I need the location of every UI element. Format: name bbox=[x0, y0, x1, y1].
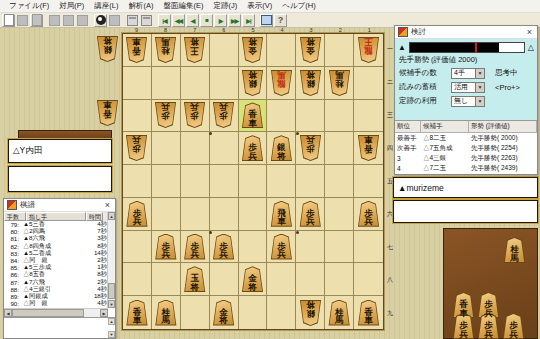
shogi-piece-歩: 歩兵 bbox=[299, 201, 322, 227]
kifu-column-header[interactable]: 手数 bbox=[4, 212, 26, 221]
clock-icon bbox=[96, 15, 106, 25]
evaluation-bar-black bbox=[410, 43, 499, 52]
shogi-piece-金: 金将 bbox=[299, 37, 322, 63]
board-cell-6-8[interactable] bbox=[210, 263, 239, 296]
scroll-up-icon[interactable]: ▲ bbox=[108, 212, 115, 220]
candidate-cell: 次善手 bbox=[395, 144, 421, 153]
board-cell-5-8[interactable]: 金将 bbox=[239, 263, 268, 296]
shogi-piece-桂: 桂馬 bbox=[328, 70, 351, 96]
move-number: 81: bbox=[4, 235, 19, 242]
kento-title: 検討 bbox=[411, 27, 525, 37]
board-cell-1-2[interactable] bbox=[354, 67, 383, 100]
scroll-down-icon[interactable]: ▼ bbox=[108, 300, 115, 308]
board-cell-3-6[interactable]: 歩兵 bbox=[296, 198, 325, 231]
main-area: 987654321 一二三四五六七八九 香車桂馬王将金将金将龍王銀将龍馬銀将桂馬… bbox=[0, 28, 540, 339]
board-cell-9-9[interactable]: 香車 bbox=[123, 296, 152, 329]
board-cell-9-8[interactable] bbox=[123, 263, 152, 296]
board-cell-5-2[interactable]: 銀将 bbox=[239, 67, 268, 100]
sente-player-name: ▲murizeme bbox=[393, 177, 538, 198]
menu-item[interactable]: ファイル(F) bbox=[4, 1, 54, 11]
sente-mark: ▲ bbox=[398, 43, 406, 52]
move-number: 89: bbox=[4, 293, 19, 300]
kifu-comment-box[interactable]: ▲ ▼ bbox=[4, 317, 115, 338]
candidate-table: 順位候補手形勢 (評価値) 最善手△8二玉先手勝勢( 2000)次善手△7五角成… bbox=[395, 120, 537, 174]
kento-window-icon bbox=[398, 27, 408, 37]
nav-back10-button[interactable]: ◀◀ bbox=[172, 14, 185, 27]
board-cell-8-1[interactable]: 桂馬 bbox=[152, 34, 181, 67]
open-icon bbox=[17, 15, 28, 26]
kifu-column-header[interactable]: 時間 bbox=[86, 212, 103, 221]
kento-titlebar[interactable]: 検討 × bbox=[395, 26, 537, 39]
shogi-piece-金: 金将 bbox=[212, 300, 235, 326]
kifu-move-list: 79:▲5三香4秒80:△2四馬7秒81:▲8六飛3秒82:△8四角成8秒83:… bbox=[4, 221, 108, 308]
tool-icon-4 bbox=[109, 15, 120, 26]
kifu-title: 棋譜 bbox=[20, 200, 103, 210]
nav-fwd10-button[interactable]: ▶▶ bbox=[228, 14, 241, 27]
board-cell-7-2[interactable] bbox=[181, 67, 210, 100]
board-cell-2-3[interactable] bbox=[325, 100, 354, 133]
nav-stop-button[interactable]: ■ bbox=[200, 14, 213, 27]
menu-item[interactable]: 対局(P) bbox=[54, 1, 89, 11]
shogi-piece-桂: 桂馬 bbox=[328, 300, 351, 326]
kento-window: 検討 × ▲ △ 先手勝勢 (評価値 2000) 候補手の数4手▼思考中読みの蓄… bbox=[394, 25, 538, 175]
nav-back10-icon: ◀◀ bbox=[175, 17, 182, 24]
nav-first-button[interactable]: |◀ bbox=[158, 14, 171, 27]
move-text: △同 銀 bbox=[19, 299, 90, 308]
shogi-piece-金: 金将 bbox=[241, 266, 264, 292]
shogi-piece-香: 香車 bbox=[125, 37, 148, 63]
sente-hand-piece-歩[interactable]: 歩兵 bbox=[502, 313, 525, 339]
kento-body: ▲ △ 先手勝勢 (評価値 2000) 候補手の数4手▼思考中読みの蓄積活用▼<… bbox=[395, 39, 537, 174]
move-time: 4秒 bbox=[90, 299, 108, 308]
kifu-move-row[interactable]: 90:△同 銀4秒 bbox=[4, 300, 108, 307]
shogi-piece-歩: 歩兵 bbox=[241, 135, 264, 161]
kifu-hscroll-thumb[interactable] bbox=[12, 309, 84, 317]
hoshi-dot bbox=[296, 231, 299, 234]
candidate-cell: 先手勝勢( 2439) bbox=[469, 164, 537, 173]
kento-close-icon[interactable]: × bbox=[525, 27, 534, 37]
shogi-piece-桂: 桂馬 bbox=[154, 300, 177, 326]
board-cell-1-9[interactable]: 香車 bbox=[354, 296, 383, 329]
comment-scroll-down-icon[interactable]: ▼ bbox=[108, 331, 115, 338]
new-file-button[interactable] bbox=[2, 14, 15, 27]
tool-button-1[interactable] bbox=[48, 14, 61, 27]
shogi-piece-玉: 玉将 bbox=[183, 266, 206, 292]
clock-button[interactable] bbox=[94, 14, 107, 27]
kento-control-row: 読みの蓄積活用▼<Pro+> bbox=[395, 80, 537, 94]
shogi-piece-香: 香車 bbox=[125, 300, 148, 326]
shogi-piece-歩: 歩兵 bbox=[183, 234, 206, 260]
kento-control-label: 読みの蓄積 bbox=[399, 82, 451, 92]
kento-dropdown[interactable]: 無し▼ bbox=[451, 96, 485, 107]
save-button[interactable] bbox=[30, 14, 43, 27]
menu-item[interactable]: 表示(V) bbox=[242, 1, 277, 11]
candidate-row[interactable]: 3△4三銀先手勝勢( 2263) bbox=[395, 153, 537, 163]
kifu-vertical-scrollbar[interactable]: ▲ ▼ bbox=[107, 212, 115, 308]
board-cell-4-1[interactable] bbox=[267, 34, 296, 67]
board-cell-9-2[interactable] bbox=[123, 67, 152, 100]
menu-item[interactable]: ヘルプ(H) bbox=[277, 1, 320, 11]
move-number: 79: bbox=[4, 221, 19, 228]
shogi-piece-銀: 銀将 bbox=[241, 70, 264, 96]
board-cell-8-9[interactable]: 桂馬 bbox=[152, 296, 181, 329]
menu-item[interactable]: 定跡(J) bbox=[208, 1, 242, 11]
shogi-piece-飛: 飛車 bbox=[270, 201, 293, 227]
tool-button-3[interactable] bbox=[76, 14, 89, 27]
candidate-row[interactable]: 4△7二玉先手勝勢( 2439) bbox=[395, 163, 537, 173]
candidate-row[interactable]: 次善手△7五角成先手勝勢( 2254) bbox=[395, 143, 537, 153]
shogi-piece-歩: 歩兵 bbox=[125, 201, 148, 227]
save-icon bbox=[32, 14, 42, 26]
board-cell-6-7[interactable]: 歩兵 bbox=[210, 231, 239, 264]
board-cell-3-1[interactable]: 金将 bbox=[296, 34, 325, 67]
nav-stop-icon: ■ bbox=[205, 17, 208, 23]
board-cell-2-6[interactable] bbox=[325, 198, 354, 231]
board-cell-7-5[interactable] bbox=[181, 165, 210, 198]
candidate-cell: △7五角成 bbox=[421, 144, 469, 153]
shogi-piece-馬: 龍馬 bbox=[270, 70, 293, 96]
move-number: 90: bbox=[4, 300, 19, 307]
window-layout-icon-1 bbox=[127, 15, 138, 26]
monitor-icon bbox=[261, 15, 272, 25]
board-cell-4-3[interactable] bbox=[267, 100, 296, 133]
board-cell-6-2[interactable] bbox=[210, 67, 239, 100]
candidate-cell: 4 bbox=[395, 165, 421, 172]
kento-control-row: 候補手の数4手▼思考中 bbox=[395, 66, 537, 80]
rank-label: 九 bbox=[385, 297, 395, 330]
candidate-cell: 先手勝勢( 2254) bbox=[469, 144, 537, 153]
board-cell-4-9[interactable] bbox=[267, 296, 296, 329]
candidate-cell: 先手勝勢( 2000) bbox=[469, 134, 537, 143]
sente-hand-piece-桂[interactable]: 桂馬 bbox=[503, 237, 526, 263]
hoshi-dot bbox=[209, 132, 212, 135]
shogi-piece-銀: 銀将 bbox=[299, 70, 322, 96]
chevron-down-icon[interactable]: ▼ bbox=[475, 83, 484, 92]
move-number: 82: bbox=[4, 243, 19, 250]
nav-forward-button[interactable]: ▶ bbox=[214, 14, 227, 27]
board-cell-6-5[interactable] bbox=[210, 165, 239, 198]
scroll-right-icon[interactable]: ▶ bbox=[100, 309, 108, 317]
board-cell-2-8[interactable] bbox=[325, 263, 354, 296]
kifu-window: 棋譜 × 手数指し手時間 79:▲5三香4秒80:△2四馬7秒81:▲8六飛3秒… bbox=[3, 198, 116, 339]
board-cell-2-4[interactable] bbox=[325, 132, 354, 165]
help-icon: ? bbox=[278, 15, 284, 25]
sente-hand-piece-歩[interactable]: 歩兵 bbox=[452, 313, 475, 339]
tool-icon-2 bbox=[63, 15, 74, 26]
dropdown-value: 活用 bbox=[452, 82, 475, 92]
menu-item[interactable]: 講座(L) bbox=[89, 1, 123, 11]
kifu-horizontal-scrollbar[interactable]: ◀ ▶ bbox=[4, 308, 108, 317]
chevron-down-icon[interactable]: ▼ bbox=[475, 69, 484, 78]
board-cell-8-4[interactable] bbox=[152, 132, 181, 165]
board-cell-6-1[interactable] bbox=[210, 34, 239, 67]
kento-control-row: 定跡の利用無し▼ bbox=[395, 94, 537, 108]
board-cell-4-7[interactable]: 歩兵 bbox=[267, 231, 296, 264]
move-number: 87: bbox=[4, 279, 19, 286]
shogi-piece-銀: 銀将 bbox=[270, 135, 293, 161]
gote-player-label: △Y内田 bbox=[13, 145, 42, 157]
board-cell-4-4[interactable]: 銀将 bbox=[267, 132, 296, 165]
nav-back-button[interactable]: ◀ bbox=[186, 14, 199, 27]
shogi-piece-香: 香車 bbox=[357, 135, 380, 161]
board-cell-7-1[interactable]: 王将 bbox=[181, 34, 210, 67]
shogi-piece-歩: 歩兵 bbox=[183, 102, 206, 128]
tool-icon-1 bbox=[49, 15, 60, 26]
board-cell-5-6[interactable] bbox=[239, 198, 268, 231]
dropdown-value: 無し bbox=[452, 96, 475, 106]
sente-time-box bbox=[393, 200, 538, 223]
board-cell-5-3[interactable]: 香車 bbox=[239, 100, 268, 133]
tool-button-4[interactable] bbox=[108, 14, 121, 27]
shogi-piece-歩: 歩兵 bbox=[299, 135, 322, 161]
move-number: 84: bbox=[4, 257, 19, 264]
board-cell-9-7[interactable] bbox=[123, 231, 152, 264]
scroll-left-icon[interactable]: ◀ bbox=[4, 309, 12, 317]
gote-hand-piece-銀[interactable]: 銀将 bbox=[96, 36, 119, 62]
tool-button-2[interactable] bbox=[62, 14, 75, 27]
board-cell-1-7[interactable] bbox=[354, 231, 383, 264]
kifu-window-icon bbox=[7, 200, 17, 210]
shogi-piece-龍: 龍王 bbox=[357, 37, 380, 63]
board-cell-5-9[interactable] bbox=[239, 296, 268, 329]
board-cell-6-3[interactable]: 歩兵 bbox=[210, 100, 239, 133]
shogi-piece-金: 金将 bbox=[241, 37, 264, 63]
window-layout-button-2[interactable] bbox=[140, 14, 153, 27]
board-cell-8-2[interactable] bbox=[152, 67, 181, 100]
kento-status-text: <Pro+> bbox=[495, 83, 520, 92]
sente-hand-piece-歩[interactable]: 歩兵 bbox=[477, 313, 500, 339]
board-cell-3-5[interactable] bbox=[296, 165, 325, 198]
board-cell-7-6[interactable] bbox=[181, 198, 210, 231]
board-cell-2-2[interactable]: 桂馬 bbox=[325, 67, 354, 100]
menu-item[interactable]: 解析(A) bbox=[123, 1, 158, 11]
board-cell-9-1[interactable]: 香車 bbox=[123, 34, 152, 67]
move-number: 85: bbox=[4, 264, 19, 271]
board-cell-3-9[interactable]: 銀将 bbox=[296, 296, 325, 329]
board-cell-7-9[interactable] bbox=[181, 296, 210, 329]
kento-control-label: 候補手の数 bbox=[399, 68, 451, 78]
hoshi-dot bbox=[296, 132, 299, 135]
board-cell-6-4[interactable] bbox=[210, 132, 239, 165]
board-cell-2-1[interactable] bbox=[325, 34, 354, 67]
shogi-piece-歩: 歩兵 bbox=[270, 234, 293, 260]
app-window: ファイル(F)対局(P)講座(L)解析(A)盤面編集(E)定跡(J)表示(V)ヘ… bbox=[0, 0, 540, 339]
board-cell-5-5[interactable] bbox=[239, 165, 268, 198]
shogi-piece-歩: 歩兵 bbox=[125, 135, 148, 161]
kento-control-label: 定跡の利用 bbox=[399, 96, 451, 106]
candidate-cell: 先手勝勢( 2263) bbox=[469, 154, 537, 163]
board-cell-8-8[interactable] bbox=[152, 263, 181, 296]
menu-bar: ファイル(F)対局(P)講座(L)解析(A)盤面編集(E)定跡(J)表示(V)ヘ… bbox=[0, 0, 540, 13]
kento-status-text: 思考中 bbox=[495, 68, 518, 78]
shogi-piece-香: 香車 bbox=[241, 102, 264, 128]
board-cell-9-6[interactable]: 歩兵 bbox=[123, 198, 152, 231]
kifu-column-header[interactable]: 指し手 bbox=[26, 212, 86, 221]
candidate-cell: △4三銀 bbox=[421, 154, 469, 163]
board-cell-9-3[interactable] bbox=[123, 100, 152, 133]
kifu-titlebar[interactable]: 棋譜 × bbox=[4, 199, 115, 212]
move-number: 88: bbox=[4, 286, 19, 293]
board-cell-7-4[interactable] bbox=[181, 132, 210, 165]
board-cell-9-5[interactable] bbox=[123, 165, 152, 198]
board-cell-1-5[interactable] bbox=[354, 165, 383, 198]
board-cell-1-4[interactable]: 香車 bbox=[354, 132, 383, 165]
nav-back-icon: ◀ bbox=[191, 17, 195, 24]
new-file-icon bbox=[4, 14, 14, 26]
shogi-board: 香車桂馬王将金将金将龍王銀将龍馬銀将桂馬歩兵歩兵歩兵香車歩兵歩兵銀将歩兵香車歩兵… bbox=[122, 33, 384, 330]
open-button[interactable] bbox=[16, 14, 29, 27]
board-cell-3-3[interactable] bbox=[296, 100, 325, 133]
help-button[interactable]: ? bbox=[274, 14, 287, 27]
board-cell-7-3[interactable]: 歩兵 bbox=[181, 100, 210, 133]
gote-mark: △ bbox=[528, 43, 534, 52]
shogi-piece-歩: 歩兵 bbox=[154, 234, 177, 260]
gote-player-name: △Y内田 bbox=[8, 139, 112, 163]
nav-fwd10-icon: ▶▶ bbox=[231, 17, 238, 24]
board-cell-8-5[interactable] bbox=[152, 165, 181, 198]
board-cell-1-8[interactable] bbox=[354, 263, 383, 296]
board-cell-2-7[interactable] bbox=[325, 231, 354, 264]
gote-time-box bbox=[8, 166, 112, 192]
chevron-down-icon[interactable]: ▼ bbox=[475, 97, 484, 106]
evaluation-bar bbox=[409, 42, 525, 53]
shogi-piece-銀: 銀将 bbox=[299, 300, 322, 326]
window-layout-button-1[interactable] bbox=[126, 14, 139, 27]
evaluation-bar-row: ▲ △ bbox=[395, 39, 537, 54]
kento-dropdown[interactable]: 活用▼ bbox=[451, 82, 485, 93]
candidate-cell: △7二玉 bbox=[421, 164, 469, 173]
board-cell-6-6[interactable] bbox=[210, 198, 239, 231]
dropdown-value: 4手 bbox=[452, 68, 475, 78]
board-cell-1-3[interactable] bbox=[354, 100, 383, 133]
rank-label: 八 bbox=[385, 264, 395, 297]
board-cell-1-6[interactable]: 歩兵 bbox=[354, 198, 383, 231]
shogi-piece-歩: 歩兵 bbox=[212, 102, 235, 128]
window-layout-icon-2 bbox=[141, 15, 152, 26]
hoshi-dot bbox=[209, 231, 212, 234]
comment-scroll-up-icon[interactable]: ▲ bbox=[108, 318, 115, 325]
board-cell-7-8[interactable]: 玉将 bbox=[181, 263, 210, 296]
nav-last-button[interactable]: ▶| bbox=[242, 14, 255, 27]
monitor-button[interactable] bbox=[260, 14, 273, 27]
candidate-column-header: 形勢 (評価値) bbox=[469, 121, 537, 132]
candidate-column-header: 順位 bbox=[395, 121, 421, 132]
nav-forward-icon: ▶ bbox=[219, 17, 223, 24]
candidate-cell: △8二玉 bbox=[421, 134, 469, 143]
board-cell-4-8[interactable] bbox=[267, 263, 296, 296]
rank-label: 七 bbox=[385, 231, 395, 264]
nav-first-icon: |◀ bbox=[162, 17, 166, 24]
kifu-vscroll-thumb[interactable] bbox=[108, 283, 115, 299]
candidate-row[interactable]: 最善手△8二玉先手勝勢( 2000) bbox=[395, 133, 537, 143]
candidate-column-header: 候補手 bbox=[421, 121, 469, 132]
candidate-table-header: 順位候補手形勢 (評価値) bbox=[395, 121, 537, 133]
move-number: 80: bbox=[4, 228, 19, 235]
board-cell-2-9[interactable]: 桂馬 bbox=[325, 296, 354, 329]
board-cell-8-3[interactable]: 歩兵 bbox=[152, 100, 181, 133]
board-cell-8-7[interactable]: 歩兵 bbox=[152, 231, 181, 264]
tool-icon-3 bbox=[77, 15, 88, 26]
board-cell-5-1[interactable]: 金将 bbox=[239, 34, 268, 67]
gote-hand-piece-香[interactable]: 香車 bbox=[96, 100, 119, 126]
kifu-close-icon[interactable]: × bbox=[103, 200, 112, 210]
nav-last-icon: ▶| bbox=[246, 17, 250, 24]
board-cell-5-4[interactable]: 歩兵 bbox=[239, 132, 268, 165]
board-cell-1-1[interactable]: 龍王 bbox=[354, 34, 383, 67]
menu-item[interactable]: 盤面編集(E) bbox=[158, 1, 208, 11]
board-cell-8-6[interactable] bbox=[152, 198, 181, 231]
kento-dropdown[interactable]: 4手▼ bbox=[451, 68, 485, 79]
evaluation-bar-marker bbox=[475, 42, 477, 53]
candidate-cell: 3 bbox=[395, 155, 421, 162]
move-number: 86: bbox=[4, 271, 19, 278]
shogi-piece-桂: 桂馬 bbox=[154, 37, 177, 63]
evaluation-text: 先手勝勢 (評価値 2000) bbox=[395, 54, 537, 66]
shogi-piece-歩: 歩兵 bbox=[212, 234, 235, 260]
board-cell-6-9[interactable]: 金将 bbox=[210, 296, 239, 329]
sente-player-label: ▲murizeme bbox=[398, 183, 444, 193]
board-cell-3-8[interactable] bbox=[296, 263, 325, 296]
candidate-cell: 最善手 bbox=[395, 134, 421, 143]
board-cell-3-2[interactable]: 銀将 bbox=[296, 67, 325, 100]
shogi-piece-王: 王将 bbox=[183, 37, 206, 63]
board-cell-2-5[interactable] bbox=[325, 165, 354, 198]
board-cell-5-7[interactable] bbox=[239, 231, 268, 264]
board-cell-3-7[interactable] bbox=[296, 231, 325, 264]
shogi-piece-歩: 歩兵 bbox=[357, 201, 380, 227]
move-number: 83: bbox=[4, 250, 19, 257]
board-cell-3-4[interactable]: 歩兵 bbox=[296, 132, 325, 165]
shogi-piece-歩: 歩兵 bbox=[154, 102, 177, 128]
board-cell-4-5[interactable] bbox=[267, 165, 296, 198]
board-cell-7-7[interactable]: 歩兵 bbox=[181, 231, 210, 264]
board-cell-4-6[interactable]: 飛車 bbox=[267, 198, 296, 231]
board-cell-4-2[interactable]: 龍馬 bbox=[267, 67, 296, 100]
shogi-piece-香: 香車 bbox=[357, 300, 380, 326]
board-cell-9-4[interactable]: 歩兵 bbox=[123, 132, 152, 165]
